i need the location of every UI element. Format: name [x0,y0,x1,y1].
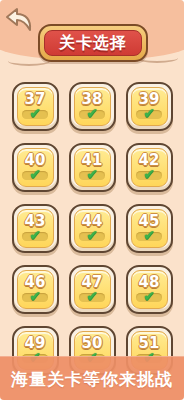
completed-pill: ✔ [79,110,105,119]
footer-text: 海量关卡等你来挑战 [11,368,173,391]
level-button-39[interactable]: 39 ✔ [126,82,173,131]
completed-pill: ✔ [22,293,48,302]
level-button-41[interactable]: 41 ✔ [69,143,116,192]
completed-pill: ✔ [22,171,48,180]
level-button-42[interactable]: 42 ✔ [126,143,173,192]
level-button-43[interactable]: 43 ✔ [12,204,59,253]
checkmark-icon: ✔ [143,167,155,181]
checkmark-icon: ✔ [86,106,98,120]
page-title: 关卡选择 [59,33,127,54]
level-select-screen: 关卡选择 37 ✔ 38 ✔ 39 ✔ [0,0,184,400]
level-button-40[interactable]: 40 ✔ [12,143,59,192]
completed-pill: ✔ [79,232,105,241]
checkmark-icon: ✔ [29,167,41,181]
level-button-48[interactable]: 48 ✔ [126,265,173,314]
back-button[interactable] [4,6,36,34]
completed-pill: ✔ [136,110,162,119]
completed-pill: ✔ [136,293,162,302]
checkmark-icon: ✔ [29,289,41,303]
checkmark-icon: ✔ [86,167,98,181]
checkmark-icon: ✔ [29,228,41,242]
level-button-45[interactable]: 45 ✔ [126,204,173,253]
completed-pill: ✔ [79,293,105,302]
footer-banner: 海量关卡等你来挑战 [0,356,184,400]
completed-pill: ✔ [22,110,48,119]
level-grid: 37 ✔ 38 ✔ 39 ✔ 40 [0,82,184,375]
level-button-46[interactable]: 46 ✔ [12,265,59,314]
checkmark-icon: ✔ [86,289,98,303]
title-banner-inner: 关卡选择 [44,30,142,56]
checkmark-icon: ✔ [86,228,98,242]
completed-pill: ✔ [136,171,162,180]
completed-pill: ✔ [136,232,162,241]
level-button-38[interactable]: 38 ✔ [69,82,116,131]
checkmark-icon: ✔ [29,106,41,120]
completed-pill: ✔ [79,171,105,180]
checkmark-icon: ✔ [143,228,155,242]
completed-pill: ✔ [22,232,48,241]
checkmark-icon: ✔ [143,106,155,120]
title-banner: 关卡选择 [38,24,148,62]
level-button-47[interactable]: 47 ✔ [69,265,116,314]
back-arrow-icon [4,6,36,34]
checkmark-icon: ✔ [143,289,155,303]
level-button-44[interactable]: 44 ✔ [69,204,116,253]
level-button-37[interactable]: 37 ✔ [12,82,59,131]
